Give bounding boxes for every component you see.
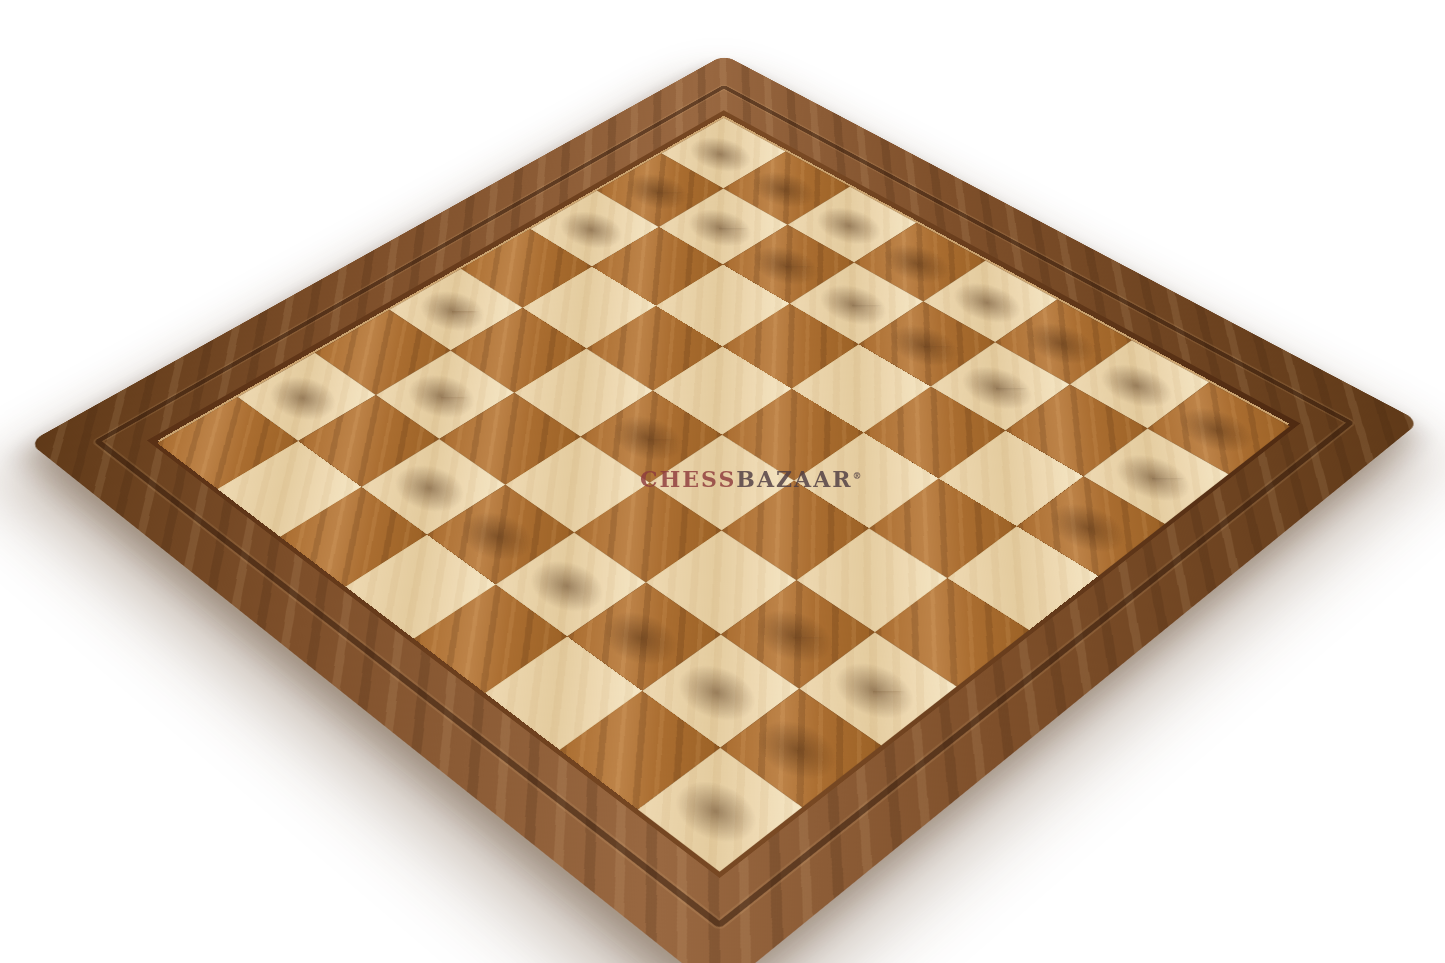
registered-trademark-icon: ® — [853, 471, 864, 481]
product-photo-scene: ♜♞♝♛♚♝♞♜♟♟♟♟♟♟♟♛♛♟♟♟♟♟♜♞♝♛♚♝♞♜ CHESSBAZA… — [0, 0, 1445, 963]
watermark-brand-first: CHESS — [640, 466, 736, 492]
watermark: CHESSBAZAAR® — [640, 466, 864, 492]
chess-board: ♜♞♝♛♚♝♞♜♟♟♟♟♟♟♟♛♛♟♟♟♟♟♜♞♝♛♚♝♞♜ — [29, 55, 1420, 963]
watermark-brand-second: BAZAAR — [736, 466, 852, 492]
piece-white-pawn: ♟ — [367, 245, 537, 319]
piece-white-rook: ♜ — [610, 696, 820, 822]
piece-black-queen: ♛ — [977, 369, 1195, 536]
